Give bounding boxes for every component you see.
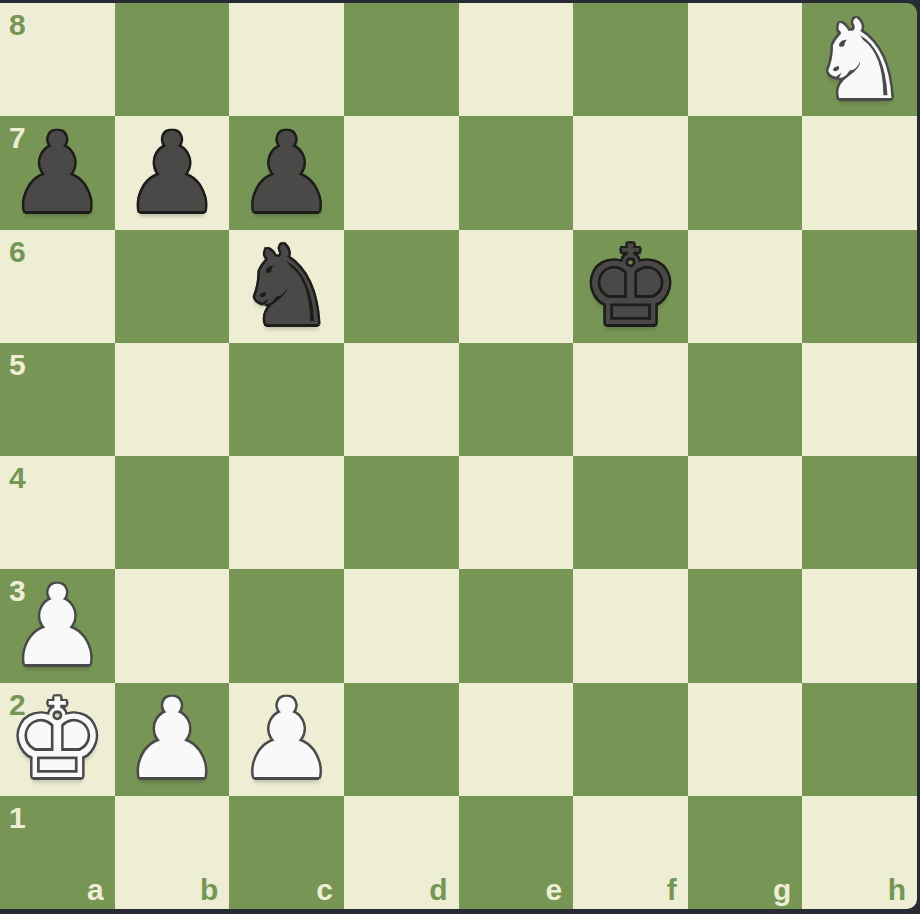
- square-e1[interactable]: e: [459, 796, 574, 909]
- square-d2[interactable]: [344, 683, 459, 796]
- square-c8[interactable]: [229, 3, 344, 116]
- chess-board: 8♞7♟♟♟6♞♚543♟2♚♟♟1abcdefgh: [0, 3, 917, 909]
- rank-label-4: 4: [9, 463, 26, 493]
- square-a8[interactable]: 8: [0, 3, 115, 116]
- square-d3[interactable]: [344, 569, 459, 682]
- white-king-a2[interactable]: ♚: [8, 684, 107, 794]
- square-d8[interactable]: [344, 3, 459, 116]
- square-d4[interactable]: [344, 456, 459, 569]
- square-a1[interactable]: 1a: [0, 796, 115, 909]
- square-b8[interactable]: [115, 3, 230, 116]
- square-b1[interactable]: b: [115, 796, 230, 909]
- square-b4[interactable]: [115, 456, 230, 569]
- file-label-e: e: [545, 875, 562, 905]
- black-pawn-a7[interactable]: ♟: [8, 118, 107, 228]
- square-g3[interactable]: [688, 569, 803, 682]
- square-b5[interactable]: [115, 343, 230, 456]
- square-e2[interactable]: [459, 683, 574, 796]
- square-a6[interactable]: 6: [0, 230, 115, 343]
- file-label-b: b: [200, 875, 218, 905]
- square-c3[interactable]: [229, 569, 344, 682]
- square-a7[interactable]: 7♟: [0, 116, 115, 229]
- square-h8[interactable]: ♞: [802, 3, 917, 116]
- rank-label-1: 1: [9, 803, 26, 833]
- square-h5[interactable]: [802, 343, 917, 456]
- square-d5[interactable]: [344, 343, 459, 456]
- square-h1[interactable]: h: [802, 796, 917, 909]
- rank-label-8: 8: [9, 10, 26, 40]
- square-e7[interactable]: [459, 116, 574, 229]
- square-f5[interactable]: [573, 343, 688, 456]
- square-e3[interactable]: [459, 569, 574, 682]
- black-knight-c6[interactable]: ♞: [237, 231, 336, 341]
- file-label-g: g: [773, 875, 791, 905]
- black-pawn-c7[interactable]: ♟: [237, 118, 336, 228]
- square-h6[interactable]: [802, 230, 917, 343]
- black-king-f6[interactable]: ♚: [581, 231, 680, 341]
- file-label-d: d: [429, 875, 447, 905]
- square-a2[interactable]: 2♚: [0, 683, 115, 796]
- square-e8[interactable]: [459, 3, 574, 116]
- square-h2[interactable]: [802, 683, 917, 796]
- white-pawn-c2[interactable]: ♟: [237, 684, 336, 794]
- square-f8[interactable]: [573, 3, 688, 116]
- square-g5[interactable]: [688, 343, 803, 456]
- square-a3[interactable]: 3♟: [0, 569, 115, 682]
- square-f7[interactable]: [573, 116, 688, 229]
- square-f3[interactable]: [573, 569, 688, 682]
- black-pawn-b7[interactable]: ♟: [123, 118, 222, 228]
- square-c2[interactable]: ♟: [229, 683, 344, 796]
- square-h4[interactable]: [802, 456, 917, 569]
- square-f2[interactable]: [573, 683, 688, 796]
- square-g4[interactable]: [688, 456, 803, 569]
- file-label-f: f: [667, 875, 677, 905]
- square-d7[interactable]: [344, 116, 459, 229]
- square-c4[interactable]: [229, 456, 344, 569]
- square-d1[interactable]: d: [344, 796, 459, 909]
- square-b2[interactable]: ♟: [115, 683, 230, 796]
- chess-app-stage: 8♞7♟♟♟6♞♚543♟2♚♟♟1abcdefgh: [0, 0, 920, 914]
- square-a4[interactable]: 4: [0, 456, 115, 569]
- file-label-h: h: [888, 875, 906, 905]
- square-g2[interactable]: [688, 683, 803, 796]
- square-b3[interactable]: [115, 569, 230, 682]
- square-b7[interactable]: ♟: [115, 116, 230, 229]
- square-h7[interactable]: [802, 116, 917, 229]
- white-pawn-a3[interactable]: ♟: [8, 571, 107, 681]
- square-f4[interactable]: [573, 456, 688, 569]
- square-c5[interactable]: [229, 343, 344, 456]
- square-h3[interactable]: [802, 569, 917, 682]
- square-b6[interactable]: [115, 230, 230, 343]
- file-label-c: c: [316, 875, 333, 905]
- square-f1[interactable]: f: [573, 796, 688, 909]
- square-e5[interactable]: [459, 343, 574, 456]
- square-g8[interactable]: [688, 3, 803, 116]
- square-f6[interactable]: ♚: [573, 230, 688, 343]
- square-g1[interactable]: g: [688, 796, 803, 909]
- white-pawn-b2[interactable]: ♟: [123, 684, 222, 794]
- square-a5[interactable]: 5: [0, 343, 115, 456]
- file-label-a: a: [87, 875, 104, 905]
- rank-label-5: 5: [9, 350, 26, 380]
- square-g7[interactable]: [688, 116, 803, 229]
- square-g6[interactable]: [688, 230, 803, 343]
- square-c7[interactable]: ♟: [229, 116, 344, 229]
- square-c6[interactable]: ♞: [229, 230, 344, 343]
- white-knight-h8[interactable]: ♞: [810, 5, 909, 115]
- square-e4[interactable]: [459, 456, 574, 569]
- square-e6[interactable]: [459, 230, 574, 343]
- square-c1[interactable]: c: [229, 796, 344, 909]
- rank-label-6: 6: [9, 237, 26, 267]
- square-d6[interactable]: [344, 230, 459, 343]
